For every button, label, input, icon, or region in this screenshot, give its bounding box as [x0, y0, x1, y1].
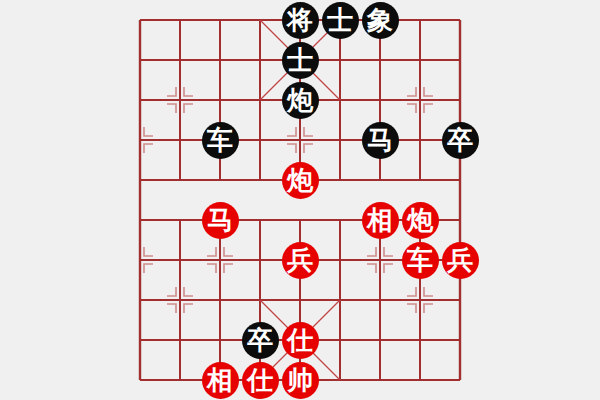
red-cannon-piece[interactable]: 炮 [402, 202, 439, 239]
black-advisor-piece[interactable]: 士 [282, 42, 319, 79]
red-soldier-piece[interactable]: 兵 [282, 242, 319, 279]
red-general-piece[interactable]: 帅 [282, 362, 319, 399]
red-advisor-piece[interactable]: 仕 [282, 322, 319, 359]
black-soldier-piece[interactable]: 卒 [442, 122, 479, 159]
black-soldier-piece[interactable]: 卒 [242, 322, 279, 359]
red-elephant-piece[interactable]: 相 [202, 362, 239, 399]
red-cannon-piece[interactable]: 炮 [282, 162, 319, 199]
xiangqi-app: 将士象士炮车马卒炮马相炮兵车兵卒仕相仕帅 [0, 0, 600, 400]
black-general-piece[interactable]: 将 [282, 2, 319, 39]
red-soldier-piece[interactable]: 兵 [442, 242, 479, 279]
red-elephant-piece[interactable]: 相 [362, 202, 399, 239]
red-advisor-piece[interactable]: 仕 [242, 362, 279, 399]
red-chariot-piece[interactable]: 车 [402, 242, 439, 279]
black-horse-piece[interactable]: 马 [362, 122, 399, 159]
black-elephant-piece[interactable]: 象 [362, 2, 399, 39]
black-advisor-piece[interactable]: 士 [322, 2, 359, 39]
red-horse-piece[interactable]: 马 [202, 202, 239, 239]
xiangqi-board: 将士象士炮车马卒炮马相炮兵车兵卒仕相仕帅 [120, 0, 480, 400]
black-cannon-piece[interactable]: 炮 [282, 82, 319, 119]
black-chariot-piece[interactable]: 车 [202, 122, 239, 159]
